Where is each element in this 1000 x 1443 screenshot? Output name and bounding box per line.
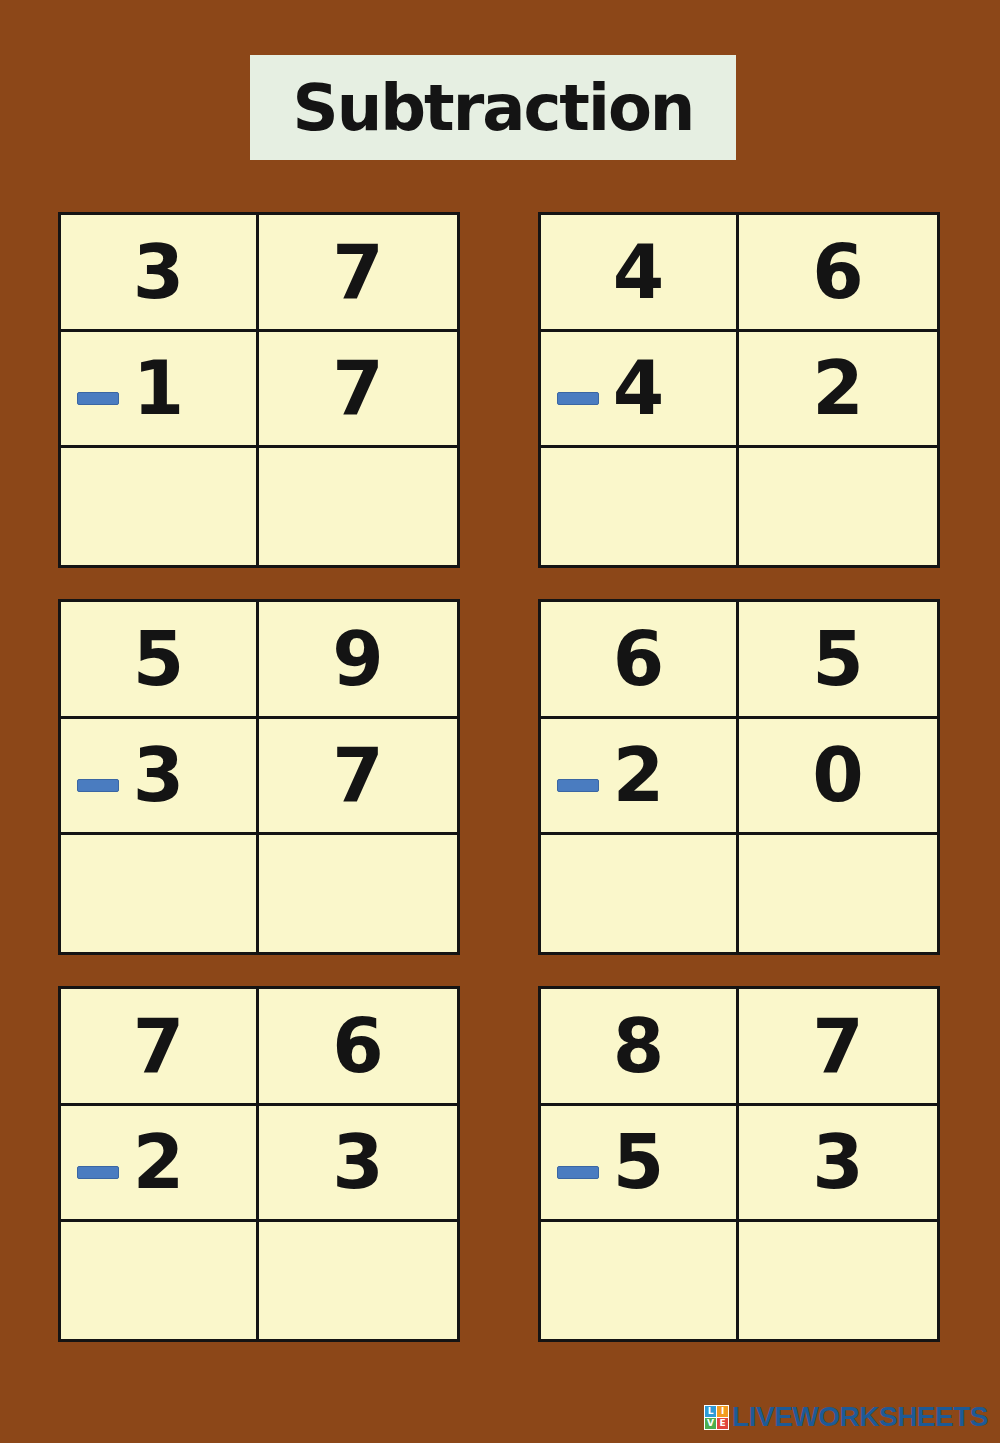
brand-name: LIVEWORKSHEETS [732,1401,988,1433]
answer-tens-cell[interactable] [541,1222,739,1339]
problem-table: 4 6 4 2 [538,212,940,568]
answer-tens-cell[interactable] [61,1222,259,1339]
minuend-tens-cell: 7 [61,989,259,1106]
page-title: Subtraction [293,71,694,145]
problem-table: 5 9 3 7 [58,599,460,955]
problem-table: 3 7 1 7 [58,212,460,568]
answer-ones-cell[interactable] [739,1222,937,1339]
minuend-ones: 7 [332,235,384,309]
problem-table: 6 5 2 0 [538,599,940,955]
subtrahend-tens: 1 [133,351,185,425]
subtrahend-tens-cell: 4 [541,332,739,449]
answer-ones-cell[interactable] [259,1222,457,1339]
liveworksheets-logo-icon: LIVE [704,1405,729,1430]
problem-table: 8 7 5 3 [538,986,940,1342]
logo-letter-i: I [717,1406,728,1417]
subtrahend-tens-cell: 3 [61,719,259,836]
minuend-ones-cell: 6 [259,989,457,1106]
answer-tens-cell[interactable] [541,835,739,952]
minuend-tens-cell: 5 [61,602,259,719]
subtrahend-tens-cell: 1 [61,332,259,449]
minuend-tens: 8 [613,1009,665,1083]
minuend-tens: 5 [133,622,185,696]
minuend-tens: 6 [613,622,665,696]
subtrahend-ones-cell: 3 [739,1106,937,1223]
problems-grid: 3 7 1 7 4 6 4 2 [58,212,940,1342]
subtrahend-ones-cell: 0 [739,719,937,836]
minuend-ones-cell: 6 [739,215,937,332]
problem-table: 7 6 2 3 [58,986,460,1342]
minuend-tens-cell: 3 [61,215,259,332]
subtrahend-ones: 3 [812,1125,864,1199]
subtrahend-tens-cell: 2 [61,1106,259,1223]
subtrahend-ones: 0 [812,738,864,812]
logo-letter-e: E [717,1418,728,1429]
subtrahend-ones-cell: 2 [739,332,937,449]
answer-ones-cell[interactable] [259,835,457,952]
subtrahend-ones-cell: 7 [259,719,457,836]
subtrahend-tens: 3 [133,738,185,812]
minus-icon [77,779,119,792]
subtrahend-tens-cell: 2 [541,719,739,836]
minus-icon [557,779,599,792]
answer-ones-cell[interactable] [739,835,937,952]
logo-letter-v: V [705,1418,716,1429]
subtrahend-tens: 5 [613,1125,665,1199]
subtrahend-ones-cell: 7 [259,332,457,449]
minuend-tens: 3 [133,235,185,309]
answer-tens-cell[interactable] [541,448,739,565]
answer-ones-cell[interactable] [259,448,457,565]
answer-tens-cell[interactable] [61,835,259,952]
subtrahend-ones: 2 [812,351,864,425]
minuend-ones: 6 [812,235,864,309]
minuend-ones: 7 [812,1009,864,1083]
minus-icon [77,1166,119,1179]
subtrahend-ones: 7 [332,351,384,425]
minuend-ones-cell: 7 [259,215,457,332]
minuend-ones-cell: 5 [739,602,937,719]
minus-icon [557,392,599,405]
subtrahend-ones: 3 [332,1125,384,1199]
brand-footer: LIVE LIVEWORKSHEETS [704,1401,988,1433]
subtrahend-ones-cell: 3 [259,1106,457,1223]
minuend-tens: 7 [133,1009,185,1083]
logo-letter-l: L [705,1406,716,1417]
subtrahend-tens-cell: 5 [541,1106,739,1223]
minuend-tens-cell: 8 [541,989,739,1106]
answer-ones-cell[interactable] [739,448,937,565]
minuend-ones-cell: 9 [259,602,457,719]
subtrahend-tens: 2 [133,1125,185,1199]
minuend-tens-cell: 6 [541,602,739,719]
subtrahend-tens: 4 [613,351,665,425]
minuend-ones: 9 [332,622,384,696]
minuend-ones: 5 [812,622,864,696]
minuend-tens-cell: 4 [541,215,739,332]
minus-icon [77,392,119,405]
minuend-ones-cell: 7 [739,989,937,1106]
answer-tens-cell[interactable] [61,448,259,565]
subtrahend-tens: 2 [613,738,665,812]
minuend-tens: 4 [613,235,665,309]
minuend-ones: 6 [332,1009,384,1083]
title-banner: Subtraction [250,55,736,160]
minus-icon [557,1166,599,1179]
subtrahend-ones: 7 [332,738,384,812]
